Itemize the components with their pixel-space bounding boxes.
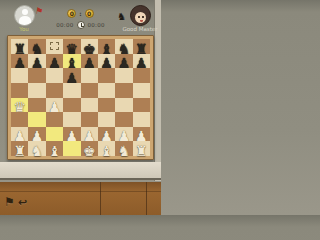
board-square-h3[interactable] (133, 112, 150, 127)
board-square-f6[interactable] (98, 68, 115, 83)
white-rook-piece: ♜ (11, 144, 28, 158)
board-square-b2[interactable]: ♟ (28, 127, 45, 142)
board-square-h7[interactable]: ♟ (133, 54, 150, 69)
board-square-f5[interactable] (98, 83, 115, 98)
timer-black: 00:00 (88, 22, 105, 28)
board-frame: ♜♞♛♚♝♞♜♟♟♟♝♟♟♟♟♟♛♟♟♟♟♟♟♟♟♜♞♝♚♝♞♜ (7, 35, 154, 160)
board-square-h5[interactable] (133, 83, 150, 98)
board-square-f3[interactable] (98, 112, 115, 127)
black-knight-icon: ♞ (117, 12, 126, 22)
board-square-e2[interactable]: ♟ (81, 127, 98, 142)
clock-icon (77, 21, 85, 29)
board-square-g4[interactable] (115, 98, 132, 113)
board-square-e6[interactable] (81, 68, 98, 83)
player-name-opponent: Good Master (115, 27, 161, 33)
board-square-a1[interactable]: ♜ (11, 141, 28, 156)
board-square-g6[interactable] (115, 68, 132, 83)
board-square-f7[interactable]: ♟ (98, 54, 115, 69)
score-right-badge: 0 (85, 9, 94, 18)
board-square-c5[interactable] (46, 83, 63, 98)
white-rook-piece: ♜ (133, 144, 150, 158)
board-square-h4[interactable] (133, 98, 150, 113)
player-avatar-opponent (130, 5, 151, 26)
board-square-a5[interactable] (11, 83, 28, 98)
white-bishop-piece: ♝ (98, 144, 115, 158)
resign-flag-button[interactable]: ⚑ (4, 196, 15, 208)
board-square-g5[interactable] (115, 83, 132, 98)
board-square-e8[interactable]: ♚ (81, 39, 98, 54)
board-square-c2[interactable] (46, 127, 63, 142)
board-square-b1[interactable]: ♞ (28, 141, 45, 156)
score-separator: : (79, 10, 81, 17)
board-square-b7[interactable]: ♟ (28, 54, 45, 69)
board-square-h1[interactable]: ♜ (133, 141, 150, 156)
board-square-g1[interactable]: ♞ (115, 141, 132, 156)
board-square-c4[interactable]: ♟ (46, 98, 63, 113)
timer-white: 00:00 (56, 22, 73, 28)
board-square-b3[interactable] (28, 112, 45, 127)
white-knight-piece: ♞ (115, 144, 132, 158)
board-square-e4[interactable] (81, 98, 98, 113)
board-square-b6[interactable] (28, 68, 45, 83)
board-square-h6[interactable] (133, 68, 150, 83)
chess-board: ♜♞♛♚♝♞♜♟♟♟♝♟♟♟♟♟♛♟♟♟♟♟♟♟♟♜♞♝♚♝♞♜ (11, 39, 150, 156)
board-square-c8[interactable] (46, 39, 63, 54)
board-square-a8[interactable]: ♜ (11, 39, 28, 54)
white-knight-piece: ♞ (28, 144, 45, 158)
white-bishop-piece: ♝ (46, 144, 63, 158)
board-square-f4[interactable] (98, 98, 115, 113)
board-square-f1[interactable]: ♝ (98, 141, 115, 156)
board-square-d4[interactable] (63, 98, 80, 113)
board-square-d7[interactable]: ♝ (63, 54, 80, 69)
board-square-e1[interactable]: ♚ (81, 141, 98, 156)
board-square-c3[interactable] (46, 112, 63, 127)
board-square-f8[interactable]: ♝ (98, 39, 115, 54)
board-square-c7[interactable]: ♟ (46, 54, 63, 69)
board-square-a2[interactable]: ♟ (11, 127, 28, 142)
move-origin-marker (50, 42, 59, 50)
white-king-piece: ♚ (81, 144, 98, 158)
board-square-d5[interactable] (63, 83, 80, 98)
board-square-g7[interactable]: ♟ (115, 54, 132, 69)
board-square-h8[interactable]: ♜ (133, 39, 150, 54)
board-square-d1[interactable] (63, 141, 80, 156)
board-square-f2[interactable]: ♟ (98, 127, 115, 142)
board-square-a6[interactable] (11, 68, 28, 83)
board-square-c6[interactable] (46, 68, 63, 83)
board-square-a4[interactable]: ♛ (11, 98, 28, 113)
board-square-e5[interactable] (81, 83, 98, 98)
board-square-b5[interactable] (28, 83, 45, 98)
board-square-d8[interactable]: ♛ (63, 39, 80, 54)
board-square-g3[interactable] (115, 112, 132, 127)
board-square-g2[interactable]: ♟ (115, 127, 132, 142)
board-square-d6[interactable]: ♟ (63, 68, 80, 83)
board-square-d2[interactable]: ♟ (63, 127, 80, 142)
board-square-h2[interactable]: ♟ (133, 127, 150, 142)
board-square-b4[interactable] (28, 98, 45, 113)
undo-move-button[interactable]: ↩ (18, 197, 27, 208)
board-square-d3[interactable] (63, 112, 80, 127)
board-square-a7[interactable]: ♟ (11, 54, 28, 69)
table-edge (0, 162, 161, 180)
score-left-badge: 0 (67, 9, 76, 18)
board-square-e3[interactable] (81, 112, 98, 127)
board-square-g8[interactable]: ♞ (115, 39, 132, 54)
board-square-e7[interactable]: ♟ (81, 54, 98, 69)
board-square-b8[interactable]: ♞ (28, 39, 45, 54)
board-square-c1[interactable]: ♝ (46, 141, 63, 156)
board-square-a3[interactable] (11, 112, 28, 127)
